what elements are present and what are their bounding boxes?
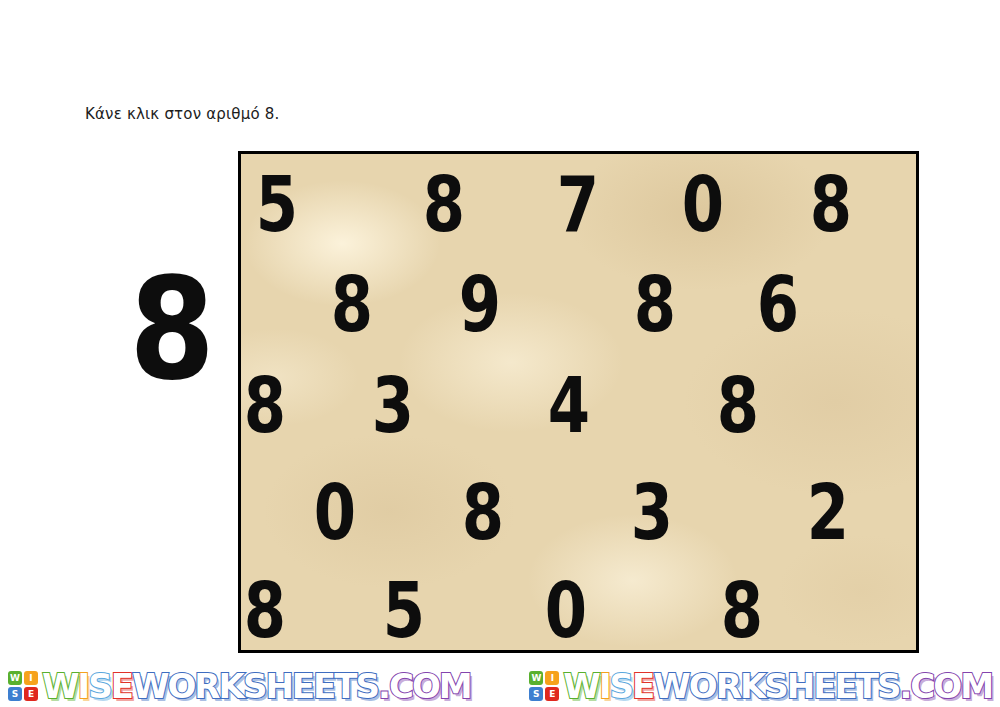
icon-square-S: S bbox=[529, 687, 543, 701]
worksheet-page: Κάνε κλικ στον αριθμό 8. 8 5870889868348… bbox=[0, 0, 1000, 707]
logo-letter: S bbox=[764, 669, 789, 703]
number-cell-8-value-6[interactable]: 6 bbox=[757, 267, 799, 343]
number-cell-9-value-8[interactable]: 8 bbox=[244, 368, 286, 444]
number-cell-6-value-9[interactable]: 9 bbox=[459, 267, 501, 343]
logo-letter: T bbox=[856, 669, 879, 703]
logo-letter: M bbox=[439, 669, 473, 703]
number-cell-7-value-8[interactable]: 8 bbox=[634, 267, 676, 343]
logo-wordmark: WISEWORKSHEETS.COM bbox=[42, 669, 471, 703]
icon-square-E: E bbox=[545, 687, 559, 701]
logo-letter: R bbox=[194, 669, 220, 703]
number-cell-2-value-7[interactable]: 7 bbox=[557, 167, 599, 243]
wise-grid-icon: WISE bbox=[8, 671, 38, 701]
logo-letter: E bbox=[313, 669, 336, 703]
logo-letter: E bbox=[632, 669, 655, 703]
number-cell-12-value-8[interactable]: 8 bbox=[717, 368, 759, 444]
logo-letter: W bbox=[132, 669, 170, 703]
number-cell-18-value-5[interactable]: 5 bbox=[383, 573, 425, 649]
number-cell-17-value-8[interactable]: 8 bbox=[244, 573, 286, 649]
logo-letter: W bbox=[653, 669, 691, 703]
logo-letter: O bbox=[689, 669, 718, 703]
logo-letter: S bbox=[877, 669, 902, 703]
number-cell-19-value-0[interactable]: 0 bbox=[545, 573, 587, 649]
logo-letter: C bbox=[910, 669, 935, 703]
number-cell-3-value-0[interactable]: 0 bbox=[682, 167, 724, 243]
footer: WISEWISEWORKSHEETS.COM WISEWISEWORKSHEET… bbox=[0, 666, 1000, 706]
icon-square-I: I bbox=[545, 671, 559, 685]
number-cell-11-value-4[interactable]: 4 bbox=[548, 368, 590, 444]
logo-letter: T bbox=[334, 669, 357, 703]
number-board: 587088986834808328508 bbox=[238, 151, 919, 653]
logo-letter: C bbox=[389, 669, 414, 703]
icon-square-I: I bbox=[24, 671, 38, 685]
logo-letter: E bbox=[813, 669, 836, 703]
logo-letter: H bbox=[265, 669, 293, 703]
number-cell-4-value-8[interactable]: 8 bbox=[810, 167, 852, 243]
logo-letter: S bbox=[356, 669, 381, 703]
wiseworksheets-logo: WISEWISEWORKSHEETS.COM bbox=[8, 669, 471, 703]
number-cell-5-value-8[interactable]: 8 bbox=[331, 267, 373, 343]
number-cell-16-value-2[interactable]: 2 bbox=[807, 475, 849, 551]
logo-letter: R bbox=[716, 669, 742, 703]
logo-letter: S bbox=[88, 669, 113, 703]
number-cell-1-value-8[interactable]: 8 bbox=[423, 167, 465, 243]
logo-letter: W bbox=[42, 669, 80, 703]
number-cell-15-value-3[interactable]: 3 bbox=[631, 475, 673, 551]
number-cell-13-value-0[interactable]: 0 bbox=[314, 475, 356, 551]
logo-letter: O bbox=[412, 669, 441, 703]
number-cell-0-value-5[interactable]: 5 bbox=[256, 167, 298, 243]
logo-letter: E bbox=[292, 669, 315, 703]
number-cell-10-value-3[interactable]: 3 bbox=[372, 368, 414, 444]
logo-letter: W bbox=[563, 669, 601, 703]
icon-square-W: W bbox=[529, 671, 543, 685]
number-cell-20-value-8[interactable]: 8 bbox=[721, 573, 763, 649]
icon-square-E: E bbox=[24, 687, 38, 701]
wise-grid-icon: WISE bbox=[529, 671, 559, 701]
logo-letter: S bbox=[610, 669, 635, 703]
logo-letter: K bbox=[740, 669, 766, 703]
number-cell-14-value-8[interactable]: 8 bbox=[462, 475, 504, 551]
logo-letter: M bbox=[960, 669, 994, 703]
reference-number-8: 8 bbox=[129, 260, 215, 400]
logo-letter: O bbox=[933, 669, 962, 703]
icon-square-S: S bbox=[8, 687, 22, 701]
icon-square-W: W bbox=[8, 671, 22, 685]
logo-wordmark: WISEWORKSHEETS.COM bbox=[563, 669, 992, 703]
logo-letter: H bbox=[787, 669, 815, 703]
logo-letter: O bbox=[167, 669, 196, 703]
logo-letter: E bbox=[111, 669, 134, 703]
instruction-text: Κάνε κλικ στον αριθμό 8. bbox=[85, 105, 280, 123]
logo-letter: E bbox=[834, 669, 857, 703]
wiseworksheets-logo: WISEWISEWORKSHEETS.COM bbox=[529, 669, 992, 703]
logo-letter: S bbox=[243, 669, 268, 703]
logo-letter: K bbox=[219, 669, 245, 703]
